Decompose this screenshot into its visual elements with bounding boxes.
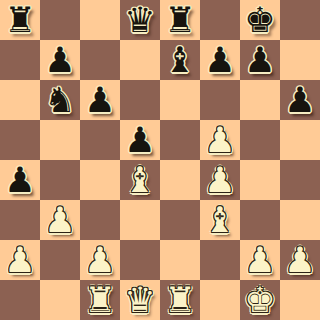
square-a5[interactable] — [0, 120, 40, 160]
piece-black-pawn[interactable]: ♟ — [244, 40, 275, 80]
square-h6[interactable]: ♟ — [280, 80, 320, 120]
piece-white-rook[interactable]: ♜ — [84, 280, 115, 320]
square-f1[interactable] — [200, 280, 240, 320]
square-d4[interactable]: ♝ — [120, 160, 160, 200]
square-e6[interactable] — [160, 80, 200, 120]
square-f6[interactable] — [200, 80, 240, 120]
square-e2[interactable] — [160, 240, 200, 280]
piece-black-pawn[interactable]: ♟ — [204, 40, 235, 80]
square-c5[interactable] — [80, 120, 120, 160]
square-c6[interactable]: ♟ — [80, 80, 120, 120]
square-g2[interactable]: ♟ — [240, 240, 280, 280]
piece-black-rook[interactable]: ♜ — [4, 0, 35, 40]
piece-black-rook[interactable]: ♜ — [164, 0, 195, 40]
square-d1[interactable]: ♛ — [120, 280, 160, 320]
piece-white-bishop[interactable]: ♝ — [204, 200, 235, 240]
square-h3[interactable] — [280, 200, 320, 240]
piece-black-pawn[interactable]: ♟ — [84, 80, 115, 120]
square-f2[interactable] — [200, 240, 240, 280]
piece-white-rook[interactable]: ♜ — [164, 280, 195, 320]
piece-white-pawn[interactable]: ♟ — [4, 240, 35, 280]
square-h1[interactable] — [280, 280, 320, 320]
square-f3[interactable]: ♝ — [200, 200, 240, 240]
piece-white-pawn[interactable]: ♟ — [244, 240, 275, 280]
chess-board: ♜♛♜♚♟♝♟♟♞♟♟♟♟♟♝♟♟♝♟♟♟♟♜♛♜♚ — [0, 0, 320, 320]
square-a1[interactable] — [0, 280, 40, 320]
square-e1[interactable]: ♜ — [160, 280, 200, 320]
square-a8[interactable]: ♜ — [0, 0, 40, 40]
square-h4[interactable] — [280, 160, 320, 200]
piece-black-king[interactable]: ♚ — [244, 0, 275, 40]
square-b3[interactable]: ♟ — [40, 200, 80, 240]
square-a6[interactable] — [0, 80, 40, 120]
square-e8[interactable]: ♜ — [160, 0, 200, 40]
piece-white-pawn[interactable]: ♟ — [84, 240, 115, 280]
square-b7[interactable]: ♟ — [40, 40, 80, 80]
square-b2[interactable] — [40, 240, 80, 280]
square-f8[interactable] — [200, 0, 240, 40]
square-c3[interactable] — [80, 200, 120, 240]
square-c8[interactable] — [80, 0, 120, 40]
piece-white-pawn[interactable]: ♟ — [204, 120, 235, 160]
square-c2[interactable]: ♟ — [80, 240, 120, 280]
square-d7[interactable] — [120, 40, 160, 80]
piece-black-bishop[interactable]: ♝ — [164, 40, 195, 80]
square-c4[interactable] — [80, 160, 120, 200]
square-f4[interactable]: ♟ — [200, 160, 240, 200]
square-d5[interactable]: ♟ — [120, 120, 160, 160]
square-g6[interactable] — [240, 80, 280, 120]
square-d2[interactable] — [120, 240, 160, 280]
square-g1[interactable]: ♚ — [240, 280, 280, 320]
piece-black-knight[interactable]: ♞ — [44, 80, 75, 120]
square-a4[interactable]: ♟ — [0, 160, 40, 200]
piece-white-pawn[interactable]: ♟ — [204, 160, 235, 200]
square-b8[interactable] — [40, 0, 80, 40]
square-b6[interactable]: ♞ — [40, 80, 80, 120]
square-b5[interactable] — [40, 120, 80, 160]
piece-white-queen[interactable]: ♛ — [124, 280, 155, 320]
square-f5[interactable]: ♟ — [200, 120, 240, 160]
square-c7[interactable] — [80, 40, 120, 80]
piece-black-queen[interactable]: ♛ — [124, 0, 155, 40]
piece-black-pawn[interactable]: ♟ — [124, 120, 155, 160]
square-g7[interactable]: ♟ — [240, 40, 280, 80]
square-b4[interactable] — [40, 160, 80, 200]
square-g4[interactable] — [240, 160, 280, 200]
square-f7[interactable]: ♟ — [200, 40, 240, 80]
piece-white-bishop[interactable]: ♝ — [124, 160, 155, 200]
square-c1[interactable]: ♜ — [80, 280, 120, 320]
square-a2[interactable]: ♟ — [0, 240, 40, 280]
square-d6[interactable] — [120, 80, 160, 120]
square-d3[interactable] — [120, 200, 160, 240]
square-g5[interactable] — [240, 120, 280, 160]
square-e7[interactable]: ♝ — [160, 40, 200, 80]
square-d8[interactable]: ♛ — [120, 0, 160, 40]
square-h8[interactable] — [280, 0, 320, 40]
square-a7[interactable] — [0, 40, 40, 80]
piece-white-pawn[interactable]: ♟ — [44, 200, 75, 240]
square-e3[interactable] — [160, 200, 200, 240]
piece-black-pawn[interactable]: ♟ — [284, 80, 315, 120]
piece-black-pawn[interactable]: ♟ — [44, 40, 75, 80]
piece-black-pawn[interactable]: ♟ — [4, 160, 35, 200]
square-h2[interactable]: ♟ — [280, 240, 320, 280]
square-e4[interactable] — [160, 160, 200, 200]
square-b1[interactable] — [40, 280, 80, 320]
square-e5[interactable] — [160, 120, 200, 160]
piece-white-king[interactable]: ♚ — [244, 280, 275, 320]
square-g3[interactable] — [240, 200, 280, 240]
piece-white-pawn[interactable]: ♟ — [284, 240, 315, 280]
square-a3[interactable] — [0, 200, 40, 240]
square-h7[interactable] — [280, 40, 320, 80]
square-g8[interactable]: ♚ — [240, 0, 280, 40]
square-h5[interactable] — [280, 120, 320, 160]
